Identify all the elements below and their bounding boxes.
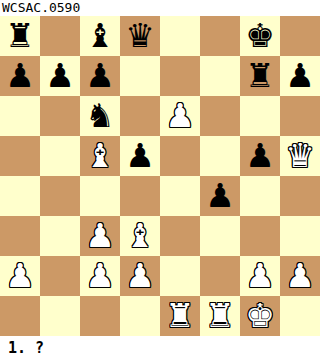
- square-h3[interactable]: [280, 216, 320, 256]
- square-c4[interactable]: [80, 176, 120, 216]
- black-knight[interactable]: ♞: [80, 96, 120, 136]
- white-pawn[interactable]: ♟: [0, 256, 40, 296]
- square-c1[interactable]: [80, 296, 120, 336]
- white-pawn[interactable]: ♟: [280, 256, 320, 296]
- black-bishop[interactable]: ♝: [80, 16, 120, 56]
- square-b4[interactable]: [40, 176, 80, 216]
- square-b2[interactable]: [40, 256, 80, 296]
- white-queen[interactable]: ♛: [280, 136, 320, 176]
- square-b1[interactable]: [40, 296, 80, 336]
- black-pawn[interactable]: ♟: [240, 136, 280, 176]
- square-e4[interactable]: [160, 176, 200, 216]
- square-h4[interactable]: [280, 176, 320, 216]
- chess-puzzle-app: WCSAC.0590 ♜♝♛♚♟♟♟♜♟♞♟♝♟♟♛♟♟♝♟♟♟♟♟♜♜♚ 1.…: [0, 0, 320, 360]
- square-e7[interactable]: [160, 56, 200, 96]
- square-e8[interactable]: [160, 16, 200, 56]
- square-a4[interactable]: [0, 176, 40, 216]
- puzzle-id-title: WCSAC.0590: [0, 0, 320, 16]
- square-d6[interactable]: [120, 96, 160, 136]
- black-pawn[interactable]: ♟: [0, 56, 40, 96]
- white-pawn[interactable]: ♟: [80, 216, 120, 256]
- square-h7[interactable]: ♟: [280, 56, 320, 96]
- square-c7[interactable]: ♟: [80, 56, 120, 96]
- square-f7[interactable]: [200, 56, 240, 96]
- square-f5[interactable]: [200, 136, 240, 176]
- square-e3[interactable]: [160, 216, 200, 256]
- square-g1[interactable]: ♚: [240, 296, 280, 336]
- square-c6[interactable]: ♞: [80, 96, 120, 136]
- square-g8[interactable]: ♚: [240, 16, 280, 56]
- square-f6[interactable]: [200, 96, 240, 136]
- square-c8[interactable]: ♝: [80, 16, 120, 56]
- black-rook[interactable]: ♜: [240, 56, 280, 96]
- square-g4[interactable]: [240, 176, 280, 216]
- move-prompt: 1. ?: [0, 336, 320, 360]
- square-b6[interactable]: [40, 96, 80, 136]
- square-d2[interactable]: ♟: [120, 256, 160, 296]
- square-h2[interactable]: ♟: [280, 256, 320, 296]
- square-h6[interactable]: [280, 96, 320, 136]
- square-c3[interactable]: ♟: [80, 216, 120, 256]
- square-b3[interactable]: [40, 216, 80, 256]
- black-pawn[interactable]: ♟: [200, 176, 240, 216]
- square-a6[interactable]: [0, 96, 40, 136]
- square-f2[interactable]: [200, 256, 240, 296]
- square-b7[interactable]: ♟: [40, 56, 80, 96]
- square-b5[interactable]: [40, 136, 80, 176]
- square-a8[interactable]: ♜: [0, 16, 40, 56]
- white-bishop[interactable]: ♝: [80, 136, 120, 176]
- white-pawn[interactable]: ♟: [160, 96, 200, 136]
- white-rook[interactable]: ♜: [200, 296, 240, 336]
- square-b8[interactable]: [40, 16, 80, 56]
- square-a3[interactable]: [0, 216, 40, 256]
- square-h5[interactable]: ♛: [280, 136, 320, 176]
- square-a1[interactable]: [0, 296, 40, 336]
- square-e5[interactable]: [160, 136, 200, 176]
- white-king[interactable]: ♚: [240, 296, 280, 336]
- white-pawn[interactable]: ♟: [240, 256, 280, 296]
- square-d8[interactable]: ♛: [120, 16, 160, 56]
- square-d4[interactable]: [120, 176, 160, 216]
- square-h1[interactable]: [280, 296, 320, 336]
- black-pawn[interactable]: ♟: [120, 136, 160, 176]
- square-e2[interactable]: [160, 256, 200, 296]
- square-f3[interactable]: [200, 216, 240, 256]
- square-d3[interactable]: ♝: [120, 216, 160, 256]
- square-d7[interactable]: [120, 56, 160, 96]
- black-queen[interactable]: ♛: [120, 16, 160, 56]
- square-a7[interactable]: ♟: [0, 56, 40, 96]
- square-e1[interactable]: ♜: [160, 296, 200, 336]
- black-pawn[interactable]: ♟: [80, 56, 120, 96]
- black-king[interactable]: ♚: [240, 16, 280, 56]
- square-h8[interactable]: [280, 16, 320, 56]
- square-d5[interactable]: ♟: [120, 136, 160, 176]
- chess-board: ♜♝♛♚♟♟♟♜♟♞♟♝♟♟♛♟♟♝♟♟♟♟♟♜♜♚: [0, 16, 320, 336]
- white-pawn[interactable]: ♟: [120, 256, 160, 296]
- square-g3[interactable]: [240, 216, 280, 256]
- square-g2[interactable]: ♟: [240, 256, 280, 296]
- square-f4[interactable]: ♟: [200, 176, 240, 216]
- square-e6[interactable]: ♟: [160, 96, 200, 136]
- square-a2[interactable]: ♟: [0, 256, 40, 296]
- white-rook[interactable]: ♜: [160, 296, 200, 336]
- white-bishop[interactable]: ♝: [120, 216, 160, 256]
- square-a5[interactable]: [0, 136, 40, 176]
- black-rook[interactable]: ♜: [0, 16, 40, 56]
- square-g6[interactable]: [240, 96, 280, 136]
- square-c2[interactable]: ♟: [80, 256, 120, 296]
- square-f8[interactable]: [200, 16, 240, 56]
- black-pawn[interactable]: ♟: [280, 56, 320, 96]
- square-g7[interactable]: ♜: [240, 56, 280, 96]
- square-g5[interactable]: ♟: [240, 136, 280, 176]
- square-c5[interactable]: ♝: [80, 136, 120, 176]
- white-pawn[interactable]: ♟: [80, 256, 120, 296]
- square-f1[interactable]: ♜: [200, 296, 240, 336]
- square-d1[interactable]: [120, 296, 160, 336]
- black-pawn[interactable]: ♟: [40, 56, 80, 96]
